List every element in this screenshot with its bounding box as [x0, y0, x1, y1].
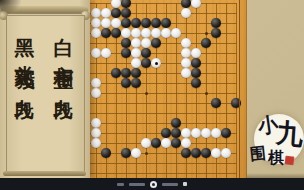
black-stone — [121, 48, 131, 58]
black-stone — [191, 78, 201, 88]
white-stone — [161, 138, 171, 148]
white-stone — [181, 138, 191, 148]
black-stone — [141, 58, 151, 68]
white-stone — [141, 138, 151, 148]
grid-line — [86, 113, 237, 114]
logo-char: 围 — [249, 143, 267, 166]
white-stone — [131, 148, 141, 158]
white-stone — [191, 0, 201, 8]
play-toggle-icon[interactable] — [150, 181, 157, 188]
white-stone — [211, 148, 221, 158]
black-stone — [191, 68, 201, 78]
black-stone — [151, 38, 161, 48]
white-stone — [211, 128, 221, 138]
white-stone — [91, 118, 101, 128]
grid-line — [86, 163, 237, 164]
black-stone — [211, 18, 221, 28]
white-stone — [111, 18, 121, 28]
black-stone — [151, 18, 161, 28]
black-stone — [171, 128, 181, 138]
black-stone — [111, 68, 121, 78]
black-stone — [141, 18, 151, 28]
black-stone — [211, 98, 221, 108]
white-stone — [101, 8, 111, 18]
elapsed-time-text — [129, 183, 145, 186]
black-stone — [131, 68, 141, 78]
black-stone — [191, 148, 201, 158]
black-stone — [121, 38, 131, 48]
black-stone — [121, 8, 131, 18]
white-stone — [181, 48, 191, 58]
white-stone — [141, 28, 151, 38]
white-stone — [181, 68, 191, 78]
white-stone — [91, 128, 101, 138]
go-broadcast-area: 白 卞相壹 九段 黑 党毅飞 九段 小 九 围 棋 — [0, 0, 304, 178]
white-stone — [131, 38, 141, 48]
black-stone — [161, 128, 171, 138]
star-point — [205, 92, 208, 95]
black-stone — [181, 148, 191, 158]
white-stone — [161, 28, 171, 38]
star-point — [145, 152, 148, 155]
go-board[interactable] — [86, 0, 247, 178]
black-stone — [181, 0, 191, 8]
black-player-name: 党毅飞 — [15, 49, 35, 55]
white-stone — [131, 28, 141, 38]
channel-logo: 小 九 围 棋 — [252, 110, 304, 178]
white-stone — [101, 48, 111, 58]
white-stone — [171, 28, 181, 38]
white-stone — [151, 28, 161, 38]
white-stone — [131, 48, 141, 58]
star-point — [145, 92, 148, 95]
white-stone — [111, 0, 121, 8]
white-stone — [91, 18, 101, 28]
black-stone — [221, 128, 231, 138]
last-move-marker — [155, 62, 158, 65]
red-seal-icon — [285, 156, 295, 166]
white-stone — [141, 38, 151, 48]
white-stone — [101, 18, 111, 28]
grid-line — [86, 63, 237, 64]
grid-line — [86, 43, 237, 44]
grid-line — [86, 123, 237, 124]
player-info-scroll: 白 卞相壹 九段 黑 党毅飞 九段 — [0, 0, 90, 178]
black-stone — [121, 78, 131, 88]
white-stone — [91, 8, 101, 18]
black-stone — [201, 148, 211, 158]
star-point — [205, 32, 208, 35]
white-stone — [91, 28, 101, 38]
black-stone — [211, 28, 221, 38]
white-stone — [91, 48, 101, 58]
white-stone — [91, 138, 101, 148]
black-stone — [101, 28, 111, 38]
black-stone — [111, 28, 121, 38]
white-stone — [181, 38, 191, 48]
white-stone — [121, 28, 131, 38]
black-stone — [121, 148, 131, 158]
black-player-column: 黑 党毅飞 九段 — [15, 22, 35, 88]
logo-char: 棋 — [268, 148, 284, 169]
black-stone — [141, 48, 151, 58]
white-stone — [201, 128, 211, 138]
black-stone — [111, 8, 121, 18]
white-stone — [191, 48, 201, 58]
grid-line — [86, 173, 237, 174]
white-stone — [181, 8, 191, 18]
black-color-label: 黑 — [13, 22, 37, 24]
black-stone — [131, 18, 141, 28]
black-stone — [171, 138, 181, 148]
mini-player-bar[interactable] — [0, 178, 304, 190]
white-stone — [191, 128, 201, 138]
black-stone — [121, 0, 131, 8]
white-player-name: 卞相壹 — [54, 49, 74, 55]
white-stone — [181, 58, 191, 68]
video-frame: 白 卞相壹 九段 黑 党毅飞 九段 小 九 围 棋 — [0, 0, 304, 190]
black-stone — [101, 148, 111, 158]
black-stone — [121, 18, 131, 28]
white-stone — [91, 88, 101, 98]
black-stone — [151, 138, 161, 148]
black-stone — [191, 58, 201, 68]
white-stone — [221, 148, 231, 158]
board-frame-edge — [239, 0, 247, 178]
white-stone — [151, 58, 161, 68]
white-color-label: 白 — [52, 22, 76, 24]
white-stone — [181, 128, 191, 138]
corner-vignette — [0, 0, 22, 16]
grid-line — [86, 93, 237, 94]
white-stone — [131, 58, 141, 68]
grid-line — [86, 73, 237, 74]
black-stone — [121, 68, 131, 78]
white-stone — [91, 78, 101, 88]
rewind-icon[interactable] — [117, 183, 124, 186]
scroll-bottom-rod — [3, 171, 86, 176]
black-stone — [171, 118, 181, 128]
fullscreen-icon[interactable] — [183, 182, 187, 186]
total-time-text — [162, 183, 178, 186]
white-player-rank: 九段 — [54, 84, 73, 88]
white-player-column: 白 卞相壹 九段 — [54, 22, 74, 88]
black-stone — [161, 18, 171, 28]
black-stone — [131, 78, 141, 88]
grid-line — [86, 3, 237, 4]
black-player-rank: 九段 — [15, 84, 34, 88]
grid-line — [86, 83, 237, 84]
scroll-body: 白 卞相壹 九段 黑 党毅飞 九段 — [6, 15, 85, 173]
black-stone — [201, 38, 211, 48]
